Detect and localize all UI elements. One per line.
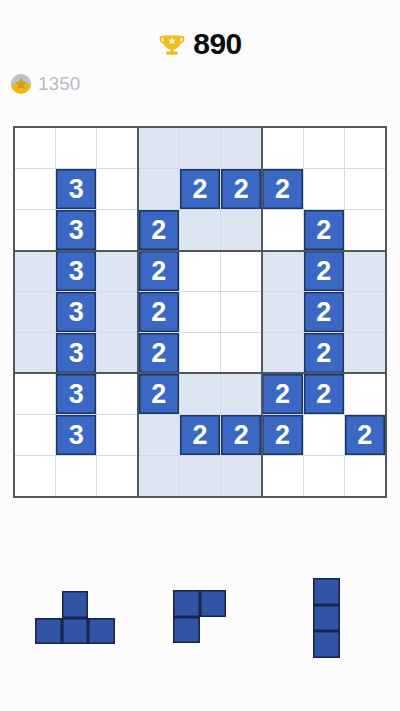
cell-r7c9[interactable] [345, 374, 385, 414]
cell-r7c8[interactable]: 2 [304, 374, 344, 414]
cell-r7c3[interactable] [97, 374, 137, 414]
cell-r5c4[interactable]: 2 [139, 292, 179, 332]
cell-r2c8[interactable] [304, 169, 344, 209]
cell-r1c1[interactable] [15, 128, 55, 168]
cell-r9c1[interactable] [15, 456, 55, 496]
cell-r3c2[interactable]: 3 [56, 210, 96, 250]
tray-piece-i[interactable] [313, 578, 340, 658]
score-bar: 890 [0, 27, 400, 61]
cell-r1c2[interactable] [56, 128, 96, 168]
cell-r3c1[interactable] [15, 210, 55, 250]
t-piece-block [62, 591, 89, 618]
box-divider-vertical-2 [261, 128, 263, 496]
cell-r3c5[interactable] [180, 210, 220, 250]
star-medal-icon [10, 73, 32, 95]
cell-r5c5[interactable] [180, 292, 220, 332]
cell-r9c6[interactable] [221, 456, 261, 496]
cell-r7c1[interactable] [15, 374, 55, 414]
cell-r4c3[interactable] [97, 251, 137, 291]
cell-r3c8[interactable]: 2 [304, 210, 344, 250]
cell-r8c4[interactable] [139, 415, 179, 455]
cell-r5c8[interactable]: 2 [304, 292, 344, 332]
cell-r3c7[interactable] [262, 210, 302, 250]
cell-r7c6[interactable] [221, 374, 261, 414]
i-piece-block [313, 605, 340, 632]
cell-r2c5[interactable]: 2 [180, 169, 220, 209]
cell-r6c2[interactable]: 3 [56, 333, 96, 373]
cell-r1c7[interactable] [262, 128, 302, 168]
corner-piece-block [200, 590, 227, 617]
cell-r2c4[interactable] [139, 169, 179, 209]
cell-r8c6[interactable]: 2 [221, 415, 261, 455]
cell-r5c3[interactable] [97, 292, 137, 332]
cell-r6c5[interactable] [180, 333, 220, 373]
trophy-icon [158, 30, 186, 58]
cell-r2c3[interactable] [97, 169, 137, 209]
cell-r9c7[interactable] [262, 456, 302, 496]
cell-r3c4[interactable]: 2 [139, 210, 179, 250]
cell-r2c9[interactable] [345, 169, 385, 209]
tray-piece-t[interactable] [35, 591, 115, 644]
cell-r8c7[interactable]: 2 [262, 415, 302, 455]
cell-r4c4[interactable]: 2 [139, 251, 179, 291]
cell-r8c1[interactable] [15, 415, 55, 455]
t-piece-gap [35, 591, 62, 618]
coins-value: 1350 [38, 73, 80, 95]
cell-r9c8[interactable] [304, 456, 344, 496]
board: 3222322322322322322232222 [13, 126, 387, 498]
cell-r2c2[interactable]: 3 [56, 169, 96, 209]
cell-r6c9[interactable] [345, 333, 385, 373]
coins-row: 1350 [10, 73, 80, 95]
cell-r9c4[interactable] [139, 456, 179, 496]
cell-r4c6[interactable] [221, 251, 261, 291]
cell-r6c4[interactable]: 2 [139, 333, 179, 373]
corner-piece-gap [200, 617, 227, 644]
t-piece-block [88, 618, 115, 645]
i-piece-block [313, 631, 340, 658]
cell-r6c6[interactable] [221, 333, 261, 373]
cell-r4c8[interactable]: 2 [304, 251, 344, 291]
cell-r5c7[interactable] [262, 292, 302, 332]
box-divider-vertical-1 [137, 128, 139, 496]
cell-r7c2[interactable]: 3 [56, 374, 96, 414]
cell-r5c6[interactable] [221, 292, 261, 332]
t-piece-gap [88, 591, 115, 618]
cell-r3c6[interactable] [221, 210, 261, 250]
cell-r8c3[interactable] [97, 415, 137, 455]
box-divider-horizontal-1 [15, 250, 385, 252]
cell-r2c1[interactable] [15, 169, 55, 209]
cell-r7c5[interactable] [180, 374, 220, 414]
cell-r1c3[interactable] [97, 128, 137, 168]
cell-r5c1[interactable] [15, 292, 55, 332]
t-piece-block [35, 618, 62, 645]
game-screen: 890 1350 3222322322322322322232222 [0, 0, 400, 711]
cell-r2c6[interactable]: 2 [221, 169, 261, 209]
cell-r7c4[interactable]: 2 [139, 374, 179, 414]
cell-r1c4[interactable] [139, 128, 179, 168]
cell-r9c5[interactable] [180, 456, 220, 496]
cell-r9c3[interactable] [97, 456, 137, 496]
cell-r4c9[interactable] [345, 251, 385, 291]
cell-r4c5[interactable] [180, 251, 220, 291]
cell-r3c9[interactable] [345, 210, 385, 250]
cell-r6c7[interactable] [262, 333, 302, 373]
box-divider-horizontal-2 [15, 372, 385, 374]
cell-r1c9[interactable] [345, 128, 385, 168]
cell-r8c5[interactable]: 2 [180, 415, 220, 455]
cell-r9c9[interactable] [345, 456, 385, 496]
cell-r5c9[interactable] [345, 292, 385, 332]
cell-r5c2[interactable]: 3 [56, 292, 96, 332]
cell-r1c8[interactable] [304, 128, 344, 168]
cell-r4c7[interactable] [262, 251, 302, 291]
tray-piece-corner[interactable] [173, 590, 226, 643]
cell-r9c2[interactable] [56, 456, 96, 496]
cell-r7c7[interactable]: 2 [262, 374, 302, 414]
score-value: 890 [193, 27, 242, 61]
cell-r8c2[interactable]: 3 [56, 415, 96, 455]
i-piece-block [313, 578, 340, 605]
cell-r1c6[interactable] [221, 128, 261, 168]
corner-piece-block [173, 617, 200, 644]
cell-r1c5[interactable] [180, 128, 220, 168]
corner-piece-block [173, 590, 200, 617]
t-piece-block [62, 618, 89, 645]
cell-r6c1[interactable] [15, 333, 55, 373]
cell-r6c8[interactable]: 2 [304, 333, 344, 373]
cell-r8c8[interactable] [304, 415, 344, 455]
cell-r3c3[interactable] [97, 210, 137, 250]
cell-r6c3[interactable] [97, 333, 137, 373]
cell-r2c7[interactable]: 2 [262, 169, 302, 209]
cell-r4c2[interactable]: 3 [56, 251, 96, 291]
cell-r8c9[interactable]: 2 [345, 415, 385, 455]
cell-r4c1[interactable] [15, 251, 55, 291]
